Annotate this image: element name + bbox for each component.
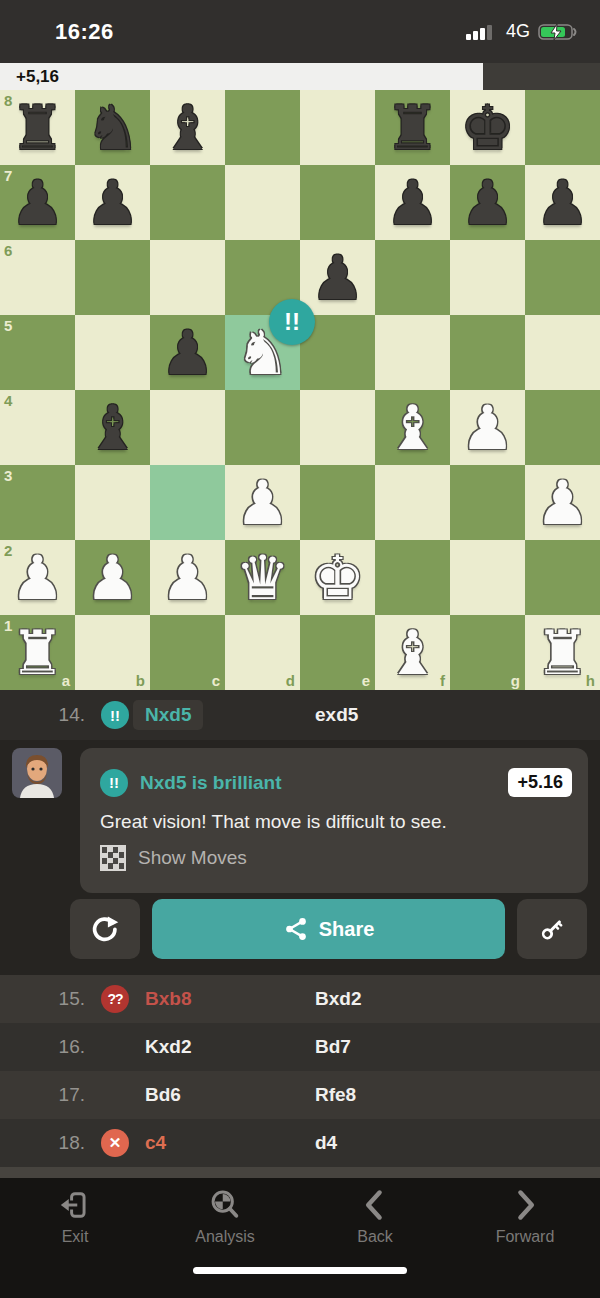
piece-bn-b8: ♞: [85, 90, 140, 165]
piece-bk-g8: ♚: [460, 90, 515, 165]
square-g4[interactable]: ♟: [450, 390, 525, 465]
white-move[interactable]: Bd6: [145, 1084, 315, 1106]
square-c8[interactable]: ♝: [150, 90, 225, 165]
square-a5[interactable]: 5: [0, 315, 75, 390]
chess-board: 8♜♞♝♜♚7♟♟♟♟♟6♟5♟♞!!4♝♝♟3♟♟2♟♟♟♛♚1a♜bcdef…: [0, 90, 600, 690]
square-g8[interactable]: ♚: [450, 90, 525, 165]
square-c3[interactable]: [150, 465, 225, 540]
piece-bp-g7: ♟: [460, 165, 515, 240]
square-h2[interactable]: [525, 540, 600, 615]
square-a2[interactable]: 2♟: [0, 540, 75, 615]
square-b7[interactable]: ♟: [75, 165, 150, 240]
piece-bp-f7: ♟: [385, 165, 440, 240]
evaluation-badge: +5.16: [508, 768, 572, 797]
square-b8[interactable]: ♞: [75, 90, 150, 165]
piece-wp-b2: ♟: [85, 540, 140, 615]
home-indicator[interactable]: [193, 1267, 407, 1274]
rank-label: 8: [4, 92, 12, 109]
square-d5[interactable]: ♞!!: [225, 315, 300, 390]
piece-wp-g4: ♟: [460, 390, 515, 465]
square-e4[interactable]: [300, 390, 375, 465]
square-f4[interactable]: ♝: [375, 390, 450, 465]
piece-br-f8: ♜: [385, 90, 440, 165]
square-a8[interactable]: 8♜: [0, 90, 75, 165]
bottom-nav: Exit Analysis Back Forward: [0, 1178, 600, 1298]
move-number: 14.: [0, 704, 85, 726]
piece-bp-h7: ♟: [535, 165, 590, 240]
rank-label: 1: [4, 617, 12, 634]
file-label: h: [586, 672, 595, 689]
square-f2[interactable]: [375, 540, 450, 615]
square-e8[interactable]: [300, 90, 375, 165]
feedback-text: Great vision! That move is difficult to …: [100, 811, 568, 833]
square-h6[interactable]: [525, 240, 600, 315]
square-d7[interactable]: [225, 165, 300, 240]
move-row-17[interactable]: 17. Bd6 Rfe8: [0, 1071, 600, 1119]
evaluation-score: +5,16: [16, 63, 59, 90]
square-b5[interactable]: [75, 315, 150, 390]
rank-label: 7: [4, 167, 12, 184]
piece-bb-c8: ♝: [160, 90, 215, 165]
square-a4[interactable]: 4: [0, 390, 75, 465]
piece-wr-h1: ♜: [535, 615, 590, 690]
square-a6[interactable]: 6: [0, 240, 75, 315]
piece-wp-d3: ♟: [235, 465, 290, 540]
square-a7[interactable]: 7♟: [0, 165, 75, 240]
square-e1[interactable]: e: [300, 615, 375, 690]
black-move[interactable]: Bd7: [315, 1036, 600, 1058]
square-c2[interactable]: ♟: [150, 540, 225, 615]
brilliant-move-badge-icon: !!: [269, 299, 315, 345]
black-move[interactable]: Bxd2: [315, 988, 600, 1010]
signal-icon: [464, 22, 498, 42]
square-f3[interactable]: [375, 465, 450, 540]
key-button[interactable]: [517, 899, 587, 959]
piece-bp-a7: ♟: [10, 165, 65, 240]
square-g1[interactable]: g: [450, 615, 525, 690]
piece-wr-a1: ♜: [10, 615, 65, 690]
file-label: a: [62, 672, 70, 689]
square-g6[interactable]: [450, 240, 525, 315]
share-icon: [283, 916, 309, 942]
piece-bp-c5: ♟: [160, 315, 215, 390]
miss-badge-icon: ✕: [101, 1129, 129, 1157]
feedback-title: Nxd5 is brilliant: [140, 772, 508, 794]
clock: 16:26: [55, 19, 114, 45]
black-move[interactable]: exd5: [315, 704, 600, 726]
partial-row-strip: [0, 1167, 600, 1178]
current-move-row[interactable]: 14. !! Nxd5 exd5: [0, 690, 600, 740]
square-e6[interactable]: ♟: [300, 240, 375, 315]
blunder-badge-icon: ??: [101, 985, 129, 1013]
move-feedback-card: !! Nxd5 is brilliant +5.16 Great vision!…: [80, 748, 588, 893]
square-g7[interactable]: ♟: [450, 165, 525, 240]
back-button[interactable]: Back: [300, 1188, 450, 1298]
square-b2[interactable]: ♟: [75, 540, 150, 615]
refresh-icon: [90, 914, 120, 944]
rank-label: 2: [4, 542, 12, 559]
square-f8[interactable]: ♜: [375, 90, 450, 165]
square-h3[interactable]: ♟: [525, 465, 600, 540]
square-c7[interactable]: [150, 165, 225, 240]
file-label: c: [212, 672, 220, 689]
square-h5[interactable]: [525, 315, 600, 390]
square-b6[interactable]: [75, 240, 150, 315]
move-row-16[interactable]: 16. Kxd2 Bd7: [0, 1023, 600, 1071]
square-f1[interactable]: f♝: [375, 615, 450, 690]
analysis-icon: [208, 1188, 242, 1222]
square-f5[interactable]: [375, 315, 450, 390]
square-e7[interactable]: [300, 165, 375, 240]
key-icon: [538, 915, 566, 943]
chevron-right-icon: [508, 1188, 542, 1222]
move-row-18[interactable]: 18. ✕ c4 d4: [0, 1119, 600, 1167]
square-c1[interactable]: c: [150, 615, 225, 690]
piece-bp-e6: ♟: [310, 240, 365, 315]
square-h4[interactable]: [525, 390, 600, 465]
evaluation-white-fill: [0, 63, 483, 90]
square-c5[interactable]: ♟: [150, 315, 225, 390]
square-f7[interactable]: ♟: [375, 165, 450, 240]
file-label: g: [511, 672, 520, 689]
retry-button[interactable]: [70, 899, 140, 959]
file-label: e: [362, 672, 370, 689]
white-move[interactable]: Kxd2: [145, 1036, 315, 1058]
white-move[interactable]: Bxb8: [145, 988, 315, 1010]
move-row-15[interactable]: 15. ?? Bxb8 Bxd2: [0, 975, 600, 1023]
rank-label: 3: [4, 467, 12, 484]
brilliant-badge-icon: !!: [100, 769, 128, 797]
square-h1[interactable]: h♜: [525, 615, 600, 690]
forward-button[interactable]: Forward: [450, 1188, 600, 1298]
file-label: d: [286, 672, 295, 689]
piece-wk-e2: ♚: [310, 540, 365, 615]
piece-br-a8: ♜: [10, 90, 65, 165]
analysis-section: !! Nxd5 is brilliant +5.16 Great vision!…: [0, 740, 600, 975]
square-e2[interactable]: ♚: [300, 540, 375, 615]
black-move[interactable]: d4: [315, 1132, 600, 1154]
square-d8[interactable]: [225, 90, 300, 165]
square-b3[interactable]: [75, 465, 150, 540]
app-screen: 16:26 4G +5,16 8♜♞♝♜♚7♟♟♟♟♟6♟5♟♞!!4♝♝♟3♟…: [0, 0, 600, 1298]
square-d4[interactable]: [225, 390, 300, 465]
square-f6[interactable]: [375, 240, 450, 315]
square-d3[interactable]: ♟: [225, 465, 300, 540]
share-button[interactable]: Share: [152, 899, 505, 959]
piece-wq-d2: ♛: [235, 540, 290, 615]
piece-bp-b7: ♟: [85, 165, 140, 240]
square-h8[interactable]: [525, 90, 600, 165]
square-d1[interactable]: d: [225, 615, 300, 690]
square-c4[interactable]: [150, 390, 225, 465]
square-c6[interactable]: [150, 240, 225, 315]
square-d2[interactable]: ♛: [225, 540, 300, 615]
selected-move-chip[interactable]: Nxd5: [133, 700, 203, 730]
square-a1[interactable]: 1a♜: [0, 615, 75, 690]
black-move[interactable]: Rfe8: [315, 1084, 600, 1106]
piece-wp-c2: ♟: [160, 540, 215, 615]
move-list: 15. ?? Bxb8 Bxd2 16. Kxd2 Bd7 17. Bd6 Rf…: [0, 975, 600, 1167]
square-a3[interactable]: 3: [0, 465, 75, 540]
square-g3[interactable]: [450, 465, 525, 540]
brilliant-badge-icon: !!: [101, 701, 129, 729]
square-b4[interactable]: ♝: [75, 390, 150, 465]
status-bar: 16:26 4G: [0, 0, 600, 63]
chessboard-icon: [100, 845, 126, 871]
piece-wb-f1: ♝: [385, 615, 440, 690]
square-b1[interactable]: b: [75, 615, 150, 690]
square-h7[interactable]: ♟: [525, 165, 600, 240]
rank-label: 5: [4, 317, 12, 334]
analysis-button[interactable]: Analysis: [150, 1188, 300, 1298]
exit-icon: [58, 1188, 92, 1222]
piece-wb-f4: ♝: [385, 390, 440, 465]
piece-bb-b4: ♝: [85, 390, 140, 465]
piece-wp-a2: ♟: [10, 540, 65, 615]
avatar: [12, 748, 62, 798]
file-label: f: [440, 672, 445, 689]
white-move[interactable]: c4: [145, 1132, 315, 1154]
evaluation-bar: +5,16: [0, 63, 600, 90]
piece-wp-h3: ♟: [535, 465, 590, 540]
square-g2[interactable]: [450, 540, 525, 615]
rank-label: 6: [4, 242, 12, 259]
exit-button[interactable]: Exit: [0, 1188, 150, 1298]
show-moves-button[interactable]: Show Moves: [100, 845, 568, 871]
rank-label: 4: [4, 392, 12, 409]
battery-charging-icon: [538, 22, 580, 42]
file-label: b: [136, 672, 145, 689]
network-type: 4G: [506, 21, 530, 42]
chevron-left-icon: [358, 1188, 392, 1222]
square-e3[interactable]: [300, 465, 375, 540]
square-g5[interactable]: [450, 315, 525, 390]
